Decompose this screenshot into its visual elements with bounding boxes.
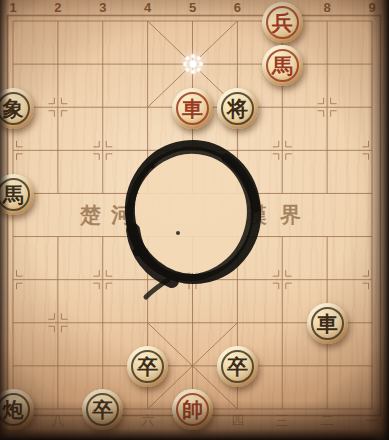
file-label-bottom-9: 一 [360, 412, 384, 429]
file-label-bottom-8: 二 [315, 412, 339, 429]
piece-red-chariot[interactable]: 車 [172, 88, 213, 129]
piece-black-soldier[interactable]: 卒 [82, 389, 123, 430]
river-text-hanjie: 漢界 [246, 201, 314, 227]
piece-red-horse[interactable]: 馬 [262, 45, 303, 86]
piece-black-soldier[interactable]: 卒 [127, 346, 168, 387]
file-label-top-2: 2 [47, 0, 69, 15]
file-label-top-8: 8 [316, 0, 338, 15]
river-text-chuhe: 楚河 [80, 201, 142, 227]
piece-black-horse[interactable]: 馬 [0, 174, 34, 215]
file-label-bottom-2: 八 [46, 412, 70, 429]
piece-glyph: 卒 [127, 346, 168, 387]
last-move-sparkle-icon [178, 49, 208, 79]
file-label-bottom-4: 六 [136, 412, 160, 429]
piece-glyph: 馬 [262, 45, 303, 86]
file-label-top-1: 1 [2, 0, 24, 15]
piece-black-elephant[interactable]: 象 [0, 88, 34, 129]
piece-glyph: 車 [307, 303, 348, 344]
piece-black-chariot[interactable]: 車 [307, 303, 348, 344]
xiangqi-board-screen: 123456789 楚河 漢界 九八七六五四三二一 兵馬車将象馬車卒卒炮卒帥 [0, 0, 389, 440]
piece-glyph: 馬 [0, 174, 34, 215]
piece-black-soldier[interactable]: 卒 [217, 346, 258, 387]
file-label-bottom-7: 三 [270, 412, 294, 429]
file-label-top-9: 9 [361, 0, 383, 15]
piece-glyph: 車 [172, 88, 213, 129]
piece-red-soldier[interactable]: 兵 [262, 2, 303, 43]
piece-black-general[interactable]: 将 [217, 88, 258, 129]
piece-glyph: 象 [0, 88, 34, 129]
piece-glyph: 帥 [172, 389, 213, 430]
piece-red-general[interactable]: 帥 [172, 389, 213, 430]
piece-glyph: 卒 [217, 346, 258, 387]
file-label-top-6: 6 [226, 0, 248, 15]
file-label-top-3: 3 [92, 0, 114, 15]
file-label-bottom-6: 四 [225, 412, 249, 429]
piece-glyph: 兵 [262, 2, 303, 43]
piece-glyph: 卒 [82, 389, 123, 430]
piece-glyph: 将 [217, 88, 258, 129]
file-label-top-5: 5 [182, 0, 204, 15]
file-label-top-4: 4 [137, 0, 159, 15]
piece-glyph: 炮 [0, 389, 34, 430]
piece-black-cannon[interactable]: 炮 [0, 389, 34, 430]
